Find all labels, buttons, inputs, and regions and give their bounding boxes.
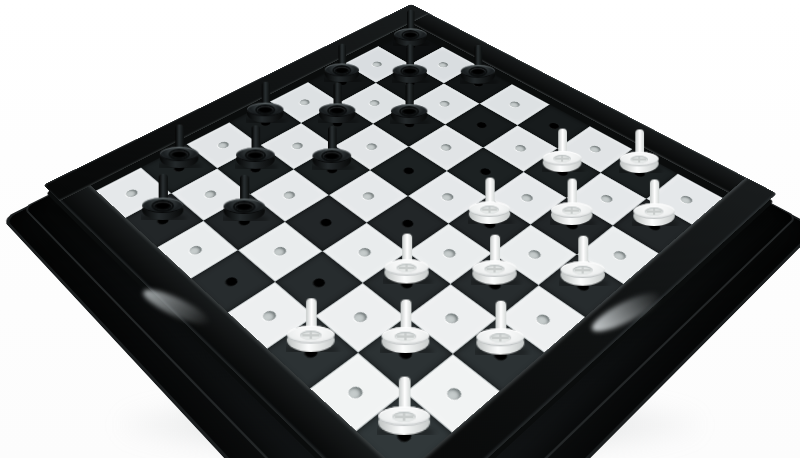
white-peg[interactable] (471, 227, 518, 285)
scene (0, 0, 800, 458)
black-peg[interactable] (312, 119, 353, 169)
peg-socket (395, 331, 417, 341)
peg-ftop (391, 104, 427, 118)
peg-ftop (633, 203, 675, 219)
peg-ftop (287, 326, 335, 344)
peg-socket (403, 31, 418, 38)
black-peg[interactable] (246, 75, 284, 122)
peg-socket (480, 205, 499, 213)
peg-ftop (384, 259, 428, 276)
peg-stem (240, 175, 249, 208)
peg-ftop (142, 198, 183, 213)
peg-stem (305, 298, 316, 336)
peg-socket (247, 151, 264, 159)
peg-pshadow (373, 426, 435, 439)
peg-stem (578, 236, 588, 272)
peg-stem (158, 174, 167, 207)
white-peg[interactable] (380, 291, 430, 353)
peg-socket (630, 155, 647, 163)
peg-socket (562, 206, 581, 214)
peg-pshadow (547, 218, 597, 228)
peg-ftop (472, 260, 516, 277)
peg-stem (649, 179, 658, 212)
peg-stem (398, 377, 410, 419)
peg-socket (573, 265, 593, 274)
peg-socket (300, 330, 322, 340)
peg-fside (476, 339, 524, 355)
peg-fside (224, 208, 265, 221)
peg-ftop (378, 406, 430, 425)
white-peg[interactable] (559, 228, 606, 286)
peg-socket (257, 106, 273, 113)
peg-fside (633, 213, 675, 226)
peg-pshadow (380, 276, 433, 287)
white-peg[interactable] (383, 226, 430, 284)
peg-socket (334, 66, 349, 73)
black-peg[interactable] (141, 167, 184, 221)
white-peg[interactable] (632, 172, 676, 226)
peg-stem (567, 179, 576, 212)
peg-pshadow (377, 345, 434, 357)
black-peg[interactable] (159, 118, 200, 168)
white-peg[interactable] (550, 171, 594, 225)
peg-ftop (393, 64, 427, 77)
peg-stem (490, 235, 500, 271)
peg-ftop (461, 65, 495, 78)
peg-socket (397, 263, 417, 272)
black-peg[interactable] (460, 39, 496, 84)
peg-socket (402, 67, 417, 74)
black-peg[interactable] (393, 4, 427, 46)
peg-socket (154, 201, 173, 209)
peg-socket (401, 107, 417, 114)
peg-ftop (476, 328, 524, 346)
peg-ftop (236, 148, 275, 162)
peg-socket (392, 411, 415, 421)
peg-ftop (160, 147, 199, 161)
white-peg[interactable] (542, 122, 583, 172)
peg-ftop (325, 63, 359, 76)
peg-fside (551, 212, 592, 225)
peg-socket (329, 107, 345, 114)
peg-ftop (224, 199, 265, 214)
peg-stem (495, 301, 506, 339)
peg-socket (470, 68, 485, 75)
black-peg[interactable] (324, 38, 360, 83)
peg-ftop (551, 202, 592, 218)
peg-ftop (543, 151, 582, 166)
peg-ftop (620, 152, 659, 167)
black-peg[interactable] (235, 119, 276, 169)
peg-ftop (382, 327, 430, 345)
peg-socket (645, 207, 664, 215)
peg-fside (287, 336, 335, 352)
peg-fside (378, 418, 430, 435)
peg-stem (485, 178, 494, 211)
peg-socket (490, 332, 512, 342)
peg-pshadow (282, 344, 339, 356)
peg-socket (553, 154, 570, 162)
white-peg[interactable] (475, 292, 525, 354)
peg-pshadow (465, 217, 515, 227)
peg-ftop (560, 261, 604, 278)
product-photo-stage (0, 0, 800, 458)
peg-pshadow (472, 346, 530, 358)
peg-fside (382, 338, 430, 354)
peg-fside (560, 271, 604, 285)
white-peg[interactable] (619, 123, 660, 174)
white-peg[interactable] (286, 290, 336, 352)
peg-fside (384, 269, 428, 283)
peg-fside (469, 211, 510, 224)
black-peg[interactable] (223, 168, 266, 222)
peg-socket (485, 264, 505, 273)
peg-ftop (469, 201, 510, 217)
peg-fside (472, 270, 516, 284)
peg-stem (400, 299, 411, 337)
peg-stem (402, 234, 412, 269)
peg-ftop (247, 103, 283, 117)
white-peg[interactable] (377, 368, 432, 436)
peg-socket (170, 150, 187, 158)
peg-pshadow (219, 214, 269, 224)
peg-pshadow (468, 277, 521, 288)
white-peg[interactable] (468, 170, 511, 224)
peg-fside (142, 207, 183, 220)
peg-pshadow (629, 219, 679, 229)
peg-socket (323, 152, 340, 160)
peg-ftop (312, 148, 351, 163)
peg-pshadow (556, 278, 609, 289)
peg-ftop (319, 103, 355, 117)
peg-ftop (394, 28, 427, 40)
peg-socket (235, 202, 254, 210)
peg-pshadow (138, 213, 187, 223)
